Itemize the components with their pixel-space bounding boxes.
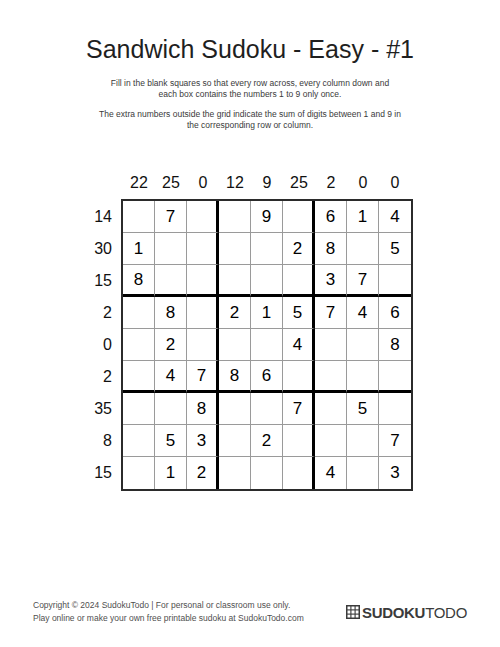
- cell-r7c8[interactable]: 5: [347, 393, 379, 425]
- col-clue-1: 22: [123, 173, 155, 199]
- cell-r6c7[interactable]: [315, 361, 347, 393]
- cell-r1c6[interactable]: [283, 201, 315, 233]
- cell-r9c2[interactable]: 1: [155, 457, 187, 489]
- cell-r5c9[interactable]: 8: [379, 329, 411, 361]
- cell-r7c3[interactable]: 8: [187, 393, 219, 425]
- sudoku-grid: 7961412858378215746248478687553271243: [121, 199, 413, 491]
- page-title: Sandwich Sudoku - Easy - #1: [0, 34, 500, 64]
- copyright-line-1: Copyright © 2024 SudokuTodo | For person…: [33, 599, 304, 612]
- cell-r3c6[interactable]: [283, 265, 315, 297]
- cell-r8c5[interactable]: 2: [251, 425, 283, 457]
- instructions-line-2: each box contains the numbers 1 to 9 onl…: [0, 89, 500, 100]
- cell-r4c3[interactable]: [187, 297, 219, 329]
- copyright-text: Copyright © 2024 SudokuTodo | For person…: [33, 599, 304, 625]
- cell-r5c5[interactable]: [251, 329, 283, 361]
- cell-r7c1[interactable]: [123, 393, 155, 425]
- cell-r2c3[interactable]: [187, 233, 219, 265]
- cell-r3c5[interactable]: [251, 265, 283, 297]
- cell-r9c1[interactable]: [123, 457, 155, 489]
- cell-r3c8[interactable]: 7: [347, 265, 379, 297]
- cell-r2c9[interactable]: 5: [379, 233, 411, 265]
- cell-r7c2[interactable]: [155, 393, 187, 425]
- cell-r3c2[interactable]: [155, 265, 187, 297]
- cell-r1c7[interactable]: 6: [315, 201, 347, 233]
- instructions-paragraph-1: Fill in the blank squares so that every …: [0, 78, 500, 100]
- cell-r1c3[interactable]: [187, 201, 219, 233]
- instructions-line-3: The extra numbers outside the grid indic…: [0, 109, 500, 120]
- cell-r7c4[interactable]: [219, 393, 251, 425]
- cell-r4c2[interactable]: 8: [155, 297, 187, 329]
- cell-r9c5[interactable]: [251, 457, 283, 489]
- cell-r3c9[interactable]: [379, 265, 411, 297]
- sudokutodo-logo: SUDOKUTODO: [346, 604, 467, 621]
- cell-r6c2[interactable]: 4: [155, 361, 187, 393]
- col-clue-3: 0: [187, 173, 219, 199]
- cell-r2c7[interactable]: 8: [315, 233, 347, 265]
- cell-r8c9[interactable]: 7: [379, 425, 411, 457]
- cell-r9c3[interactable]: 2: [187, 457, 219, 489]
- cell-r4c6[interactable]: 5: [283, 297, 315, 329]
- cell-r1c5[interactable]: 9: [251, 201, 283, 233]
- cell-r8c3[interactable]: 3: [187, 425, 219, 457]
- cell-r3c1[interactable]: 8: [123, 265, 155, 297]
- row-clue-7: 35: [87, 393, 121, 425]
- page-footer: Copyright © 2024 SudokuTodo | For person…: [33, 599, 467, 625]
- cell-r3c3[interactable]: [187, 265, 219, 297]
- row-clue-1: 14: [87, 201, 121, 233]
- cell-r4c1[interactable]: [123, 297, 155, 329]
- cell-r9c4[interactable]: [219, 457, 251, 489]
- col-clue-8: 0: [347, 173, 379, 199]
- cell-r1c1[interactable]: [123, 201, 155, 233]
- cell-r2c4[interactable]: [219, 233, 251, 265]
- cell-r4c7[interactable]: 7: [315, 297, 347, 329]
- col-clue-9: 0: [379, 173, 411, 199]
- cell-r6c6[interactable]: [283, 361, 315, 393]
- cell-r5c6[interactable]: 4: [283, 329, 315, 361]
- cell-r3c7[interactable]: 3: [315, 265, 347, 297]
- cell-r8c2[interactable]: 5: [155, 425, 187, 457]
- cell-r5c4[interactable]: [219, 329, 251, 361]
- cell-r6c5[interactable]: 6: [251, 361, 283, 393]
- cell-r5c3[interactable]: [187, 329, 219, 361]
- cell-r6c4[interactable]: 8: [219, 361, 251, 393]
- instructions-paragraph-2: The extra numbers outside the grid indic…: [0, 109, 500, 131]
- cell-r8c6[interactable]: [283, 425, 315, 457]
- board-corner-spacer: [87, 173, 121, 199]
- cell-r9c7[interactable]: 4: [315, 457, 347, 489]
- cell-r2c5[interactable]: [251, 233, 283, 265]
- row-clue-2: 30: [87, 233, 121, 265]
- row-clue-5: 0: [87, 329, 121, 361]
- cell-r4c4[interactable]: 2: [219, 297, 251, 329]
- row-sum-clues: 14301520235815: [87, 199, 121, 491]
- row-clue-6: 2: [87, 361, 121, 393]
- cell-r9c6[interactable]: [283, 457, 315, 489]
- cell-r8c7[interactable]: [315, 425, 347, 457]
- row-clue-9: 15: [87, 457, 121, 489]
- cell-r6c9[interactable]: [379, 361, 411, 393]
- row-clue-4: 2: [87, 297, 121, 329]
- cell-r7c5[interactable]: [251, 393, 283, 425]
- cell-r8c4[interactable]: [219, 425, 251, 457]
- cell-r1c4[interactable]: [219, 201, 251, 233]
- cell-r6c3[interactable]: 7: [187, 361, 219, 393]
- cell-r8c1[interactable]: [123, 425, 155, 457]
- sudoku-grid-icon: [346, 605, 360, 619]
- cell-r3c4[interactable]: [219, 265, 251, 297]
- row-clue-3: 15: [87, 265, 121, 297]
- cell-r1c8[interactable]: 1: [347, 201, 379, 233]
- cell-r9c8[interactable]: [347, 457, 379, 489]
- cell-r5c1[interactable]: [123, 329, 155, 361]
- cell-r5c7[interactable]: [315, 329, 347, 361]
- col-clue-7: 2: [315, 173, 347, 199]
- col-clue-6: 25: [283, 173, 315, 199]
- column-sum-clues: 2225012925200: [121, 173, 413, 199]
- cell-r2c8[interactable]: [347, 233, 379, 265]
- cell-r8c8[interactable]: [347, 425, 379, 457]
- cell-r1c9[interactable]: 4: [379, 201, 411, 233]
- cell-r5c2[interactable]: 2: [155, 329, 187, 361]
- col-clue-4: 12: [219, 173, 251, 199]
- cell-r1c2[interactable]: 7: [155, 201, 187, 233]
- instructions-line-1: Fill in the blank squares so that every …: [0, 78, 500, 89]
- cell-r4c8[interactable]: 4: [347, 297, 379, 329]
- cell-r2c2[interactable]: [155, 233, 187, 265]
- logo-text-todo: TODO: [425, 604, 467, 621]
- col-clue-2: 25: [155, 173, 187, 199]
- sandwich-sudoku-board: 2225012925200 14301520235815 79614128583…: [87, 173, 413, 491]
- col-clue-5: 9: [251, 173, 283, 199]
- cell-r7c7[interactable]: [315, 393, 347, 425]
- cell-r6c1[interactable]: [123, 361, 155, 393]
- cell-r7c6[interactable]: 7: [283, 393, 315, 425]
- cell-r6c8[interactable]: [347, 361, 379, 393]
- cell-r4c9[interactable]: 6: [379, 297, 411, 329]
- cell-r9c9[interactable]: 3: [379, 457, 411, 489]
- cell-r5c8[interactable]: [347, 329, 379, 361]
- logo-text-sudoku: SUDOKU: [362, 604, 425, 621]
- copyright-line-2: Play online or make your own free printa…: [33, 612, 304, 625]
- cell-r2c1[interactable]: 1: [123, 233, 155, 265]
- instructions-line-4: the corresponding row or column.: [0, 120, 500, 131]
- row-clue-8: 8: [87, 425, 121, 457]
- cell-r7c9[interactable]: [379, 393, 411, 425]
- cell-r2c6[interactable]: 2: [283, 233, 315, 265]
- cell-r4c5[interactable]: 1: [251, 297, 283, 329]
